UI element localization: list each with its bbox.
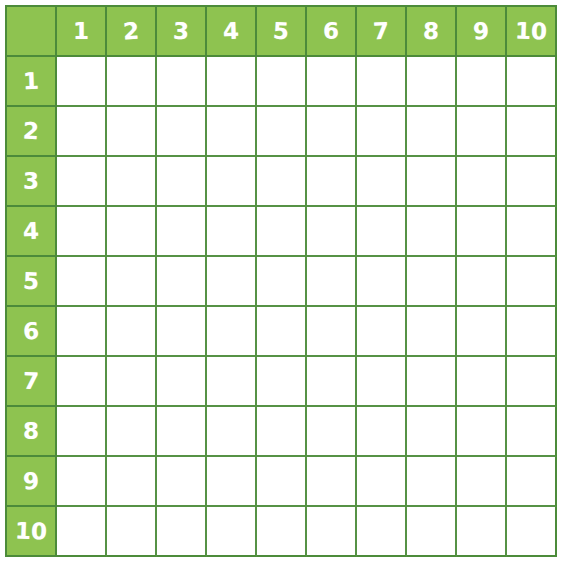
- cell-r4-c1[interactable]: [57, 207, 107, 257]
- cell-r1-c6[interactable]: [307, 57, 357, 107]
- cell-r9-c6[interactable]: [307, 457, 357, 507]
- cell-r4-c7[interactable]: [357, 207, 407, 257]
- col-header-7-label: 7: [373, 18, 390, 45]
- cell-r7-c7[interactable]: [357, 357, 407, 407]
- cell-r8-c8[interactable]: [407, 407, 457, 457]
- cell-r9-c10[interactable]: [507, 457, 557, 507]
- row-header-9-label: 9: [22, 468, 39, 495]
- cell-r5-c2[interactable]: [107, 257, 157, 307]
- col-header-3-label: 3: [173, 18, 190, 45]
- row-header-9: 9: [7, 457, 57, 507]
- cell-r4-c2[interactable]: [107, 207, 157, 257]
- row-header-7: 7: [7, 357, 57, 407]
- cell-r5-c6[interactable]: [307, 257, 357, 307]
- cell-r9-c7[interactable]: [357, 457, 407, 507]
- col-header-9-label: 9: [472, 18, 489, 45]
- row-header-4: 4: [7, 207, 57, 257]
- cell-r3-c6[interactable]: [307, 157, 357, 207]
- cell-r1-c4[interactable]: [207, 57, 257, 107]
- col-header-5: 5: [257, 7, 307, 57]
- col-header-4: 4: [207, 7, 257, 57]
- cell-r6-c9[interactable]: [457, 307, 507, 357]
- cell-r2-c8[interactable]: [407, 107, 457, 157]
- cell-r8-c10[interactable]: [507, 407, 557, 457]
- cell-r10-c4[interactable]: [207, 507, 257, 557]
- cell-r9-c1[interactable]: [57, 457, 107, 507]
- cell-r10-c9[interactable]: [457, 507, 507, 557]
- cell-r9-c4[interactable]: [207, 457, 257, 507]
- cell-r5-c5[interactable]: [257, 257, 307, 307]
- cell-r4-c4[interactable]: [207, 207, 257, 257]
- cell-r6-c10[interactable]: [507, 307, 557, 357]
- cell-r3-c9[interactable]: [457, 157, 507, 207]
- col-header-7: 7: [357, 7, 407, 57]
- cell-r2-c6[interactable]: [307, 107, 357, 157]
- cell-r2-c2[interactable]: [107, 107, 157, 157]
- col-header-10: 10: [507, 7, 557, 57]
- cell-r3-c4[interactable]: [207, 157, 257, 207]
- cell-r10-c5[interactable]: [257, 507, 307, 557]
- cell-r7-c3[interactable]: [157, 357, 207, 407]
- cell-r6-c3[interactable]: [157, 307, 207, 357]
- cell-r4-c6[interactable]: [307, 207, 357, 257]
- cell-r2-c1[interactable]: [57, 107, 107, 157]
- row-header-10-label: 10: [15, 517, 48, 544]
- cell-r4-c5[interactable]: [257, 207, 307, 257]
- cell-r5-c3[interactable]: [157, 257, 207, 307]
- col-header-5-label: 5: [272, 18, 289, 45]
- cell-r5-c8[interactable]: [407, 257, 457, 307]
- row-header-10: 10: [7, 507, 57, 557]
- cell-r7-c4[interactable]: [207, 357, 257, 407]
- cell-r10-c6[interactable]: [307, 507, 357, 557]
- row-header-8-label: 8: [23, 418, 39, 444]
- cell-r8-c7[interactable]: [357, 407, 407, 457]
- cell-r7-c2[interactable]: [107, 357, 157, 407]
- cell-r5-c1[interactable]: [57, 257, 107, 307]
- cell-r6-c1[interactable]: [57, 307, 107, 357]
- cell-r3-c1[interactable]: [57, 157, 107, 207]
- cell-r8-c2[interactable]: [107, 407, 157, 457]
- cell-r5-c7[interactable]: [357, 257, 407, 307]
- cell-r4-c8[interactable]: [407, 207, 457, 257]
- row-header-4-label: 4: [23, 218, 40, 245]
- cell-r9-c3[interactable]: [157, 457, 207, 507]
- cell-r4-c10[interactable]: [507, 207, 557, 257]
- cell-r8-c6[interactable]: [307, 407, 357, 457]
- cell-r10-c3[interactable]: [157, 507, 207, 557]
- cell-r9-c9[interactable]: [457, 457, 507, 507]
- row-header-1-label: 1: [23, 68, 40, 95]
- row-header-7-label: 7: [23, 368, 40, 395]
- cell-r1-c10[interactable]: [507, 57, 557, 107]
- col-header-8: 8: [407, 7, 457, 57]
- cell-r3-c10[interactable]: [507, 157, 557, 207]
- cell-r3-c3[interactable]: [157, 157, 207, 207]
- cell-r10-c10[interactable]: [507, 507, 557, 557]
- cell-r2-c3[interactable]: [157, 107, 207, 157]
- row-header-5-label: 5: [23, 268, 40, 295]
- cell-r2-c7[interactable]: [357, 107, 407, 157]
- row-header-6: 6: [7, 307, 57, 357]
- col-header-6-label: 6: [323, 18, 339, 44]
- cell-r7-c5[interactable]: [257, 357, 307, 407]
- col-header-8-label: 8: [423, 18, 440, 45]
- cell-r1-c2[interactable]: [107, 57, 157, 107]
- cell-r1-c8[interactable]: [407, 57, 457, 107]
- cell-r7-c10[interactable]: [507, 357, 557, 407]
- row-header-2-label: 2: [22, 118, 39, 145]
- cell-r5-c10[interactable]: [507, 257, 557, 307]
- col-header-4-label: 4: [223, 18, 240, 45]
- cell-r6-c5[interactable]: [257, 307, 307, 357]
- cell-r1-c1[interactable]: [57, 57, 107, 107]
- cell-r9-c2[interactable]: [107, 457, 157, 507]
- cell-r2-c9[interactable]: [457, 107, 507, 157]
- cell-r6-c4[interactable]: [207, 307, 257, 357]
- cell-r8-c1[interactable]: [57, 407, 107, 457]
- col-header-9: 9: [457, 7, 507, 57]
- row-header-6-label: 6: [22, 318, 39, 345]
- col-header-6: 6: [307, 7, 357, 57]
- cell-r10-c8[interactable]: [407, 507, 457, 557]
- row-header-1: 1: [7, 57, 57, 107]
- corner-cell: [7, 7, 57, 57]
- row-header-5: 5: [7, 257, 57, 307]
- cell-r5-c4[interactable]: [207, 257, 257, 307]
- cell-r6-c6[interactable]: [307, 307, 357, 357]
- cell-r8-c9[interactable]: [457, 407, 507, 457]
- cell-r1-c9[interactable]: [457, 57, 507, 107]
- cell-r8-c3[interactable]: [157, 407, 207, 457]
- cell-r8-c5[interactable]: [257, 407, 307, 457]
- cell-r1-c7[interactable]: [357, 57, 407, 107]
- cell-r3-c7[interactable]: [357, 157, 407, 207]
- cell-r3-c5[interactable]: [257, 157, 307, 207]
- cell-r6-c8[interactable]: [407, 307, 457, 357]
- cell-r4-c3[interactable]: [157, 207, 207, 257]
- cell-r7-c8[interactable]: [407, 357, 457, 407]
- cell-r4-c9[interactable]: [457, 207, 507, 257]
- row-header-3-label: 3: [23, 168, 39, 194]
- col-header-1: 1: [57, 7, 107, 57]
- col-header-1-label: 1: [73, 18, 89, 44]
- cell-r2-c10[interactable]: [507, 107, 557, 157]
- row-header-2: 2: [7, 107, 57, 157]
- row-header-8: 8: [7, 407, 57, 457]
- col-header-3: 3: [157, 7, 207, 57]
- col-header-2: 2: [107, 7, 157, 57]
- cell-r3-c8[interactable]: [407, 157, 457, 207]
- col-header-2-label: 2: [122, 18, 139, 45]
- cell-r2-c5[interactable]: [257, 107, 307, 157]
- row-header-3: 3: [7, 157, 57, 207]
- cell-r8-c4[interactable]: [207, 407, 257, 457]
- cell-r2-c4[interactable]: [207, 107, 257, 157]
- cell-r6-c7[interactable]: [357, 307, 407, 357]
- col-header-10-label: 10: [515, 17, 548, 44]
- cell-r7-c9[interactable]: [457, 357, 507, 407]
- cell-r10-c7[interactable]: [357, 507, 407, 557]
- cell-r9-c8[interactable]: [407, 457, 457, 507]
- cell-r9-c5[interactable]: [257, 457, 307, 507]
- multiplication-grid: 1234567891012345678910: [5, 5, 557, 557]
- cell-r1-c3[interactable]: [157, 57, 207, 107]
- cell-r3-c2[interactable]: [107, 157, 157, 207]
- cell-r1-c5[interactable]: [257, 57, 307, 107]
- cell-r10-c1[interactable]: [57, 507, 107, 557]
- cell-r7-c6[interactable]: [307, 357, 357, 407]
- cell-r5-c9[interactable]: [457, 257, 507, 307]
- cell-r7-c1[interactable]: [57, 357, 107, 407]
- cell-r6-c2[interactable]: [107, 307, 157, 357]
- cell-r10-c2[interactable]: [107, 507, 157, 557]
